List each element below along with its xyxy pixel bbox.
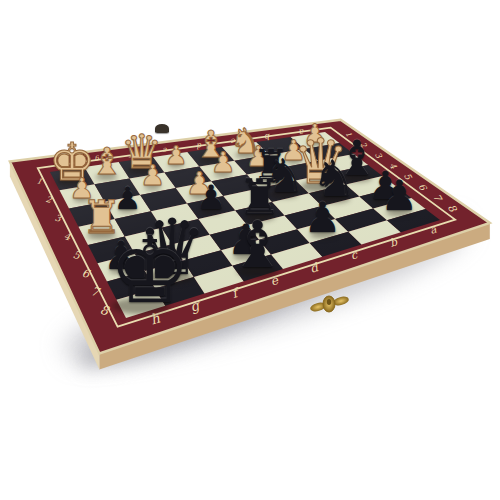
chess-board: 1122334455667788hhggffeeddccbbaa — [0, 0, 500, 500]
brass-clasp — [309, 295, 350, 313]
hinge — [155, 124, 169, 133]
chess-set-photo: 1122334455667788hhggffeeddccbbaa ♚♝♛♟♝♞♟… — [0, 0, 500, 500]
